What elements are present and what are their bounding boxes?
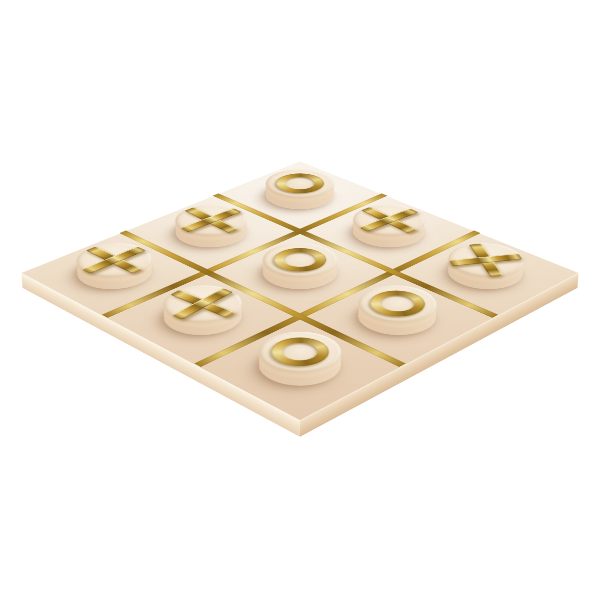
o-ring-icon — [359, 286, 436, 322]
o-piece-r1c1[interactable] — [248, 250, 353, 298]
x-mark-icon — [351, 203, 425, 236]
x-piece-r1c0[interactable] — [161, 211, 261, 255]
tic-tac-toe-scene — [0, 0, 600, 600]
o-ring-icon — [266, 169, 334, 197]
x-piece-r2c1[interactable] — [148, 292, 258, 344]
x-mark-icon — [171, 204, 249, 236]
o-piece-r0c0[interactable] — [252, 176, 348, 216]
x-bar — [450, 253, 523, 265]
x-piece-r0c1[interactable] — [339, 211, 439, 255]
tic-tac-toe-board — [21, 161, 578, 420]
x-mark-icon — [72, 243, 153, 276]
o-piece-r1c2[interactable] — [342, 292, 452, 344]
o-piece-r2c2[interactable] — [242, 338, 357, 396]
o-ring-icon — [263, 243, 337, 276]
x-piece-r2c0[interactable] — [62, 250, 167, 298]
o-ring-icon — [259, 332, 340, 372]
x-piece-r0c2[interactable] — [433, 250, 538, 298]
x-mark-icon — [163, 284, 244, 324]
board-grid — [21, 161, 578, 420]
